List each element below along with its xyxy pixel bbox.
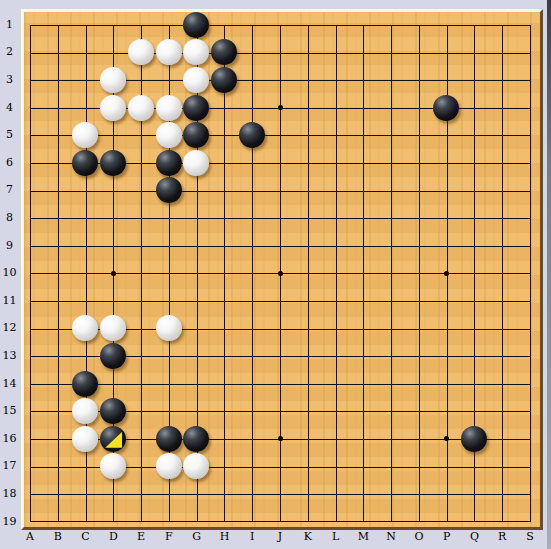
- row-label-17: 17: [0, 459, 19, 473]
- row-label-2: 2: [0, 45, 19, 59]
- black-stone-F7: [156, 177, 182, 203]
- col-label-Q: Q: [464, 530, 484, 544]
- white-stone-F4: [156, 95, 182, 121]
- white-stone-D3: [100, 67, 126, 93]
- col-label-R: R: [492, 530, 512, 544]
- black-stone-F6: [156, 150, 182, 176]
- col-label-E: E: [131, 530, 151, 544]
- black-stone-D6: [100, 150, 126, 176]
- white-stone-G17: [183, 453, 209, 479]
- black-stone-D16: [100, 426, 126, 452]
- col-label-D: D: [103, 530, 123, 544]
- col-label-L: L: [326, 530, 346, 544]
- white-stone-G3: [183, 67, 209, 93]
- black-stone-G5: [183, 122, 209, 148]
- col-label-G: G: [187, 530, 207, 544]
- row-label-10: 10: [0, 266, 19, 280]
- white-stone-G6: [183, 150, 209, 176]
- row-label-1: 1: [0, 18, 19, 32]
- white-stone-E4: [128, 95, 154, 121]
- row-label-19: 19: [0, 515, 19, 529]
- black-stone-Q16: [461, 426, 487, 452]
- board-grid[interactable]: [16, 11, 544, 535]
- white-stone-F12: [156, 315, 182, 341]
- white-stone-C12: [72, 315, 98, 341]
- row-label-15: 15: [0, 404, 19, 418]
- row-label-8: 8: [0, 211, 19, 225]
- white-stone-E2: [128, 39, 154, 65]
- white-stone-C16: [72, 426, 98, 452]
- white-stone-G2: [183, 39, 209, 65]
- black-stone-C6: [72, 150, 98, 176]
- row-label-3: 3: [0, 73, 19, 87]
- white-stone-D17: [100, 453, 126, 479]
- white-stone-F17: [156, 453, 182, 479]
- black-stone-C14: [72, 371, 98, 397]
- col-label-H: H: [214, 530, 234, 544]
- col-label-J: J: [270, 530, 290, 544]
- white-stone-F5: [156, 122, 182, 148]
- black-stone-H3: [211, 67, 237, 93]
- row-label-18: 18: [0, 487, 19, 501]
- col-label-N: N: [381, 530, 401, 544]
- black-stone-G4: [183, 95, 209, 121]
- col-label-K: K: [298, 530, 318, 544]
- window-edge-shadow: [547, 0, 551, 549]
- col-label-I: I: [242, 530, 262, 544]
- col-label-A: A: [20, 530, 40, 544]
- col-label-O: O: [409, 530, 429, 544]
- row-label-4: 4: [0, 101, 19, 115]
- last-move-marker: [105, 432, 122, 448]
- col-label-F: F: [159, 530, 179, 544]
- black-stone-I5: [239, 122, 265, 148]
- black-stone-H2: [211, 39, 237, 65]
- black-stone-P4: [433, 95, 459, 121]
- white-stone-C15: [72, 398, 98, 424]
- row-label-13: 13: [0, 349, 19, 363]
- white-stone-C5: [72, 122, 98, 148]
- row-label-12: 12: [0, 321, 19, 335]
- white-stone-D4: [100, 95, 126, 121]
- col-label-B: B: [48, 530, 68, 544]
- row-label-14: 14: [0, 377, 19, 391]
- row-label-5: 5: [0, 128, 19, 142]
- white-stone-D12: [100, 315, 126, 341]
- black-stone-G1: [183, 12, 209, 38]
- row-label-9: 9: [0, 239, 19, 253]
- row-label-16: 16: [0, 432, 19, 446]
- col-label-C: C: [76, 530, 96, 544]
- col-label-P: P: [437, 530, 457, 544]
- col-label-S: S: [520, 530, 540, 544]
- black-stone-F16: [156, 426, 182, 452]
- col-label-M: M: [353, 530, 373, 544]
- white-stone-F2: [156, 39, 182, 65]
- black-stone-D15: [100, 398, 126, 424]
- black-stone-G16: [183, 426, 209, 452]
- row-label-11: 11: [0, 294, 19, 308]
- row-label-7: 7: [0, 183, 19, 197]
- row-label-6: 6: [0, 156, 19, 170]
- black-stone-D13: [100, 343, 126, 369]
